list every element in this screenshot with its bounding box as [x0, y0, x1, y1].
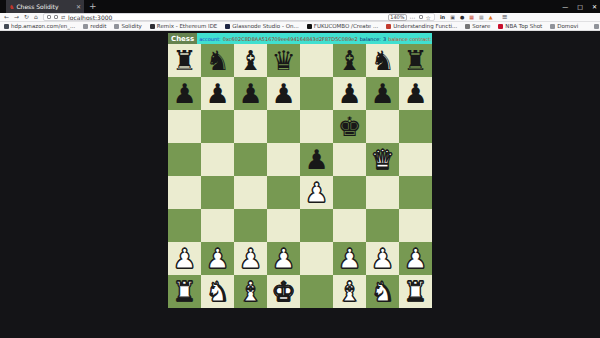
black-pawn-piece: ♟ [399, 77, 432, 110]
black-bishop-piece: ♝ [333, 44, 366, 77]
black-pawn-piece: ♟ [168, 77, 201, 110]
square-e5[interactable]: ♟ [300, 143, 333, 176]
tab-strip: ♞ Chess Solidity ✕ + — □ ✕ [0, 0, 600, 13]
square-f6[interactable]: ♚ [333, 110, 366, 143]
square-a2[interactable]: ♟ [168, 242, 201, 275]
square-h2[interactable]: ♟ [399, 242, 432, 275]
square-a8[interactable]: ♜ [168, 44, 201, 77]
square-g3[interactable] [366, 209, 399, 242]
black-rook-piece: ♜ [399, 44, 432, 77]
extension-icons: in▣●▦▦▲ [440, 14, 493, 20]
white-king-piece: ♚ [267, 275, 300, 308]
favicon-icon [386, 24, 391, 29]
black-rook-piece: ♜ [168, 44, 201, 77]
square-f3[interactable] [333, 209, 366, 242]
square-d7[interactable]: ♟ [267, 77, 300, 110]
black-knight-piece: ♞ [366, 44, 399, 77]
square-e8[interactable] [300, 44, 333, 77]
chess-app: Chess account: 0xc602C8D8AA516709ee49416… [168, 33, 432, 308]
extension-icon-colored[interactable]: ▦ [469, 14, 474, 20]
contract-balance-label: balance contract: [388, 36, 432, 42]
square-g8[interactable]: ♞ [366, 44, 399, 77]
square-d5[interactable] [267, 143, 300, 176]
white-pawn-piece: ♟ [300, 176, 333, 209]
maximize-icon[interactable]: □ [577, 3, 583, 10]
black-pawn-piece: ♟ [333, 77, 366, 110]
square-c2[interactable]: ♟ [234, 242, 267, 275]
folder-icon [594, 24, 599, 29]
square-f2[interactable]: ♟ [333, 242, 366, 275]
folder-icon [114, 24, 119, 29]
bookmarks-bar: hdp.amazon.com/en_...redditSolidityRemix… [0, 22, 600, 31]
forward-icon[interactable]: → [14, 13, 19, 21]
shield-icon[interactable] [47, 15, 51, 19]
square-d3[interactable] [267, 209, 300, 242]
square-e7[interactable] [300, 77, 333, 110]
folder-icon [83, 24, 88, 29]
white-pawn-piece: ♟ [333, 242, 366, 275]
square-e2[interactable] [300, 242, 333, 275]
square-b4[interactable] [201, 176, 234, 209]
favicon-icon [150, 24, 155, 29]
tracking-protection-icon[interactable]: ⇄ [61, 14, 65, 20]
account-address: 0xc602C8D8AA516709ee494164843d2F87D5C089… [223, 36, 358, 42]
chess-board: ♜♞♝♛♝♞♜♟♟♟♟♟♟♟♚♟♛♟♟♟♟♟♟♟♟♜♞♝♚♝♞♜ [168, 44, 432, 308]
white-knight-piece: ♞ [201, 275, 234, 308]
square-g2[interactable]: ♟ [366, 242, 399, 275]
bookmark-label: FUKUCOMBO /Create ... [314, 23, 378, 29]
square-f8[interactable]: ♝ [333, 44, 366, 77]
bookmark-label: Sorare [472, 23, 490, 29]
square-f7[interactable]: ♟ [333, 77, 366, 110]
square-a1[interactable]: ♜ [168, 275, 201, 308]
square-f1[interactable]: ♝ [333, 275, 366, 308]
square-b2[interactable]: ♟ [201, 242, 234, 275]
back-icon[interactable]: ← [4, 13, 9, 21]
square-h7[interactable]: ♟ [399, 77, 432, 110]
bookmark-label: NBA Top Shot [505, 23, 542, 29]
black-pawn-piece: ♟ [267, 77, 300, 110]
black-queen-piece: ♛ [267, 44, 300, 77]
bookmark-star-icon[interactable]: ☆ [426, 14, 431, 21]
white-bishop-piece: ♝ [333, 275, 366, 308]
square-g5[interactable]: ♛ [366, 143, 399, 176]
white-pawn-piece: ♟ [168, 242, 201, 275]
favicon-icon [4, 24, 9, 29]
square-f5[interactable] [333, 143, 366, 176]
square-e1[interactable] [300, 275, 333, 308]
bookmark-label: reddit [90, 23, 106, 29]
app-header: Chess account: 0xc602C8D8AA516709ee49416… [168, 33, 432, 44]
square-h8[interactable]: ♜ [399, 44, 432, 77]
square-d6[interactable] [267, 110, 300, 143]
hamburger-menu-icon[interactable]: ≡ [502, 13, 508, 21]
tab-close-icon[interactable]: ✕ [76, 3, 81, 10]
favicon-icon [465, 24, 470, 29]
white-pawn-piece: ♟ [201, 242, 234, 275]
page-info-icon[interactable] [54, 15, 58, 19]
square-e3[interactable] [300, 209, 333, 242]
square-c7[interactable]: ♟ [234, 77, 267, 110]
square-a7[interactable]: ♟ [168, 77, 201, 110]
square-d2[interactable]: ♟ [267, 242, 300, 275]
square-b5[interactable] [201, 143, 234, 176]
white-pawn-piece: ♟ [399, 242, 432, 275]
white-rook-piece: ♜ [399, 275, 432, 308]
square-b8[interactable]: ♞ [201, 44, 234, 77]
black-pawn-piece: ♟ [300, 143, 333, 176]
browser-window: ♞ Chess Solidity ✕ + — □ ✕ ← → ↻ ⌂ ⇄ loc… [0, 0, 600, 338]
bookmarks-list: hdp.amazon.com/en_...redditSolidityRemix… [4, 23, 578, 29]
folder-icon [550, 24, 555, 29]
bookmark-item[interactable]: Sorare [465, 23, 490, 29]
window-controls: — □ ✕ [562, 0, 597, 13]
bookmark-item[interactable]: Glassnode Studio - On... [225, 23, 298, 29]
black-pawn-piece: ♟ [234, 77, 267, 110]
balance-label: balance: [360, 36, 381, 42]
more-actions-icon[interactable]: ⋯ [410, 14, 416, 21]
square-g7[interactable]: ♟ [366, 77, 399, 110]
square-g4[interactable] [366, 176, 399, 209]
square-e6[interactable] [300, 110, 333, 143]
bookmark-label: Domovi [557, 23, 578, 29]
extension-icon-in[interactable]: in [440, 14, 445, 20]
square-c6[interactable] [234, 110, 267, 143]
square-g1[interactable]: ♞ [366, 275, 399, 308]
square-a3[interactable] [168, 209, 201, 242]
bookmark-label: Remix - Ethereum IDE [157, 23, 218, 29]
square-c8[interactable]: ♝ [234, 44, 267, 77]
square-c1[interactable]: ♝ [234, 275, 267, 308]
url-bar[interactable]: ⇄ localhost:3000 140% ⋯ ☆ [43, 13, 435, 21]
black-pawn-piece: ♟ [201, 77, 234, 110]
square-d8[interactable]: ♛ [267, 44, 300, 77]
white-bishop-piece: ♝ [234, 275, 267, 308]
minimize-icon[interactable]: — [562, 3, 568, 10]
new-tab-button[interactable]: + [89, 0, 97, 13]
nav-toolbar: ← → ↻ ⌂ ⇄ localhost:3000 140% ⋯ ☆ in▣●▦▦… [0, 13, 600, 22]
extension-icon-grid[interactable]: ▦ [479, 14, 484, 20]
square-c4[interactable] [234, 176, 267, 209]
extension-icon-camera[interactable]: ▣ [450, 14, 455, 20]
app-title: Chess [168, 33, 197, 44]
white-rook-piece: ♜ [168, 275, 201, 308]
square-g6[interactable] [366, 110, 399, 143]
home-icon[interactable]: ⌂ [34, 13, 38, 21]
square-b6[interactable] [201, 110, 234, 143]
tab-favicon-icon: ♞ [9, 4, 14, 10]
pocket-icon[interactable] [419, 15, 423, 19]
favicon-icon [307, 24, 312, 29]
square-a4[interactable] [168, 176, 201, 209]
square-d4[interactable] [267, 176, 300, 209]
balance-value: 3 [383, 36, 386, 42]
account-label: account: [199, 36, 221, 42]
white-pawn-piece: ♟ [267, 242, 300, 275]
black-pawn-piece: ♟ [366, 77, 399, 110]
white-queen-piece: ♛ [366, 143, 399, 176]
square-h4[interactable] [399, 176, 432, 209]
square-a5[interactable] [168, 143, 201, 176]
bookmark-label: Understanding Functi... [393, 23, 457, 29]
white-pawn-piece: ♟ [234, 242, 267, 275]
square-a6[interactable] [168, 110, 201, 143]
bookmark-item[interactable]: reddit [83, 23, 106, 29]
square-b3[interactable] [201, 209, 234, 242]
black-knight-piece: ♞ [201, 44, 234, 77]
white-knight-piece: ♞ [366, 275, 399, 308]
square-h1[interactable]: ♜ [399, 275, 432, 308]
page-content: Chess account: 0xc602C8D8AA516709ee49416… [0, 31, 600, 338]
square-b1[interactable]: ♞ [201, 275, 234, 308]
favicon-icon [498, 24, 503, 29]
browser-tab[interactable]: ♞ Chess Solidity ✕ [6, 0, 84, 13]
bookmark-item[interactable]: NBA Top Shot [498, 23, 542, 29]
bookmark-item[interactable]: Domovi [550, 23, 578, 29]
square-c5[interactable] [234, 143, 267, 176]
white-pawn-piece: ♟ [366, 242, 399, 275]
bookmark-label: Solidity [121, 23, 141, 29]
close-icon[interactable]: ✕ [592, 3, 597, 10]
bookmark-item[interactable]: hdp.amazon.com/en_... [4, 23, 75, 29]
black-king-piece: ♚ [333, 110, 366, 143]
bookmark-item[interactable]: Remix - Ethereum IDE [150, 23, 218, 29]
bookmark-label: Glassnode Studio - On... [232, 23, 298, 29]
favicon-icon [225, 24, 230, 29]
zoom-level-badge[interactable]: 140% [388, 14, 406, 21]
reload-icon[interactable]: ↻ [24, 13, 29, 21]
square-h3[interactable] [399, 209, 432, 242]
square-f4[interactable] [333, 176, 366, 209]
url-text[interactable]: localhost:3000 [68, 14, 112, 21]
bookmark-label: hdp.amazon.com/en_... [11, 23, 75, 29]
tab-title: Chess Solidity [16, 3, 74, 10]
bookmark-item[interactable]: Understanding Functi... [386, 23, 457, 29]
square-b7[interactable]: ♟ [201, 77, 234, 110]
square-c3[interactable] [234, 209, 267, 242]
extension-icon-fox[interactable]: ▲ [489, 14, 493, 20]
other-bookmarks[interactable]: Altri segnalibri [594, 23, 600, 29]
extension-icon-dark-circle[interactable]: ● [460, 14, 464, 20]
bookmark-item[interactable]: FUKUCOMBO /Create ... [307, 23, 378, 29]
square-d1[interactable]: ♚ [267, 275, 300, 308]
square-h6[interactable] [399, 110, 432, 143]
black-bishop-piece: ♝ [234, 44, 267, 77]
bookmark-item[interactable]: Solidity [114, 23, 141, 29]
square-e4[interactable]: ♟ [300, 176, 333, 209]
square-h5[interactable] [399, 143, 432, 176]
